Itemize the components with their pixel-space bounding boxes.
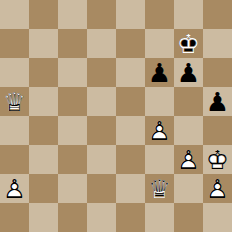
square-a1[interactable]	[0, 203, 29, 232]
piece-white-pawn-f4[interactable]: ♟♙	[145, 116, 174, 145]
black-pawn-glyph: ♟	[203, 87, 232, 116]
square-g1[interactable]	[174, 203, 203, 232]
square-a5[interactable]: ♛♕	[0, 87, 29, 116]
square-h2[interactable]: ♟♙	[203, 174, 232, 203]
square-g7[interactable]: ♚♔	[174, 29, 203, 58]
square-b2[interactable]	[29, 174, 58, 203]
piece-black-pawn-h5[interactable]: ♟♙	[203, 87, 232, 116]
square-b4[interactable]	[29, 116, 58, 145]
square-c2[interactable]	[58, 174, 87, 203]
square-e6[interactable]	[116, 58, 145, 87]
square-a7[interactable]	[0, 29, 29, 58]
white-king-outline: ♔	[203, 145, 232, 174]
piece-white-pawn-h2[interactable]: ♟♙	[203, 174, 232, 203]
white-pawn-outline: ♙	[174, 145, 203, 174]
square-c8[interactable]	[58, 0, 87, 29]
square-g8[interactable]	[174, 0, 203, 29]
square-e3[interactable]	[116, 145, 145, 174]
square-e1[interactable]	[116, 203, 145, 232]
square-e4[interactable]	[116, 116, 145, 145]
square-g2[interactable]	[174, 174, 203, 203]
square-f7[interactable]	[145, 29, 174, 58]
square-h5[interactable]: ♟♙	[203, 87, 232, 116]
white-pawn-outline: ♙	[203, 174, 232, 203]
square-h4[interactable]	[203, 116, 232, 145]
square-h6[interactable]	[203, 58, 232, 87]
white-pawn-outline: ♙	[0, 174, 29, 203]
square-h3[interactable]: ♚♔	[203, 145, 232, 174]
square-b7[interactable]	[29, 29, 58, 58]
white-queen-outline: ♕	[0, 87, 29, 116]
piece-black-queen-f2[interactable]: ♛♕	[145, 174, 174, 203]
square-c7[interactable]	[58, 29, 87, 58]
square-g4[interactable]	[174, 116, 203, 145]
square-e8[interactable]	[116, 0, 145, 29]
square-b3[interactable]	[29, 145, 58, 174]
square-g6[interactable]: ♟♙	[174, 58, 203, 87]
square-a3[interactable]	[0, 145, 29, 174]
square-d4[interactable]	[87, 116, 116, 145]
square-f2[interactable]: ♛♕	[145, 174, 174, 203]
square-f1[interactable]	[145, 203, 174, 232]
square-c4[interactable]	[58, 116, 87, 145]
square-b6[interactable]	[29, 58, 58, 87]
square-a8[interactable]	[0, 0, 29, 29]
square-h7[interactable]	[203, 29, 232, 58]
square-f6[interactable]: ♟♙	[145, 58, 174, 87]
square-b8[interactable]	[29, 0, 58, 29]
square-d3[interactable]	[87, 145, 116, 174]
square-a4[interactable]	[0, 116, 29, 145]
square-a6[interactable]	[0, 58, 29, 87]
square-e7[interactable]	[116, 29, 145, 58]
square-d1[interactable]	[87, 203, 116, 232]
white-pawn-outline: ♙	[145, 116, 174, 145]
piece-white-pawn-g3[interactable]: ♟♙	[174, 145, 203, 174]
piece-white-pawn-a2[interactable]: ♟♙	[0, 174, 29, 203]
square-f5[interactable]	[145, 87, 174, 116]
square-c1[interactable]	[58, 203, 87, 232]
square-c3[interactable]	[58, 145, 87, 174]
square-d2[interactable]	[87, 174, 116, 203]
square-e2[interactable]	[116, 174, 145, 203]
piece-black-pawn-f6[interactable]: ♟♙	[145, 58, 174, 87]
square-b1[interactable]	[29, 203, 58, 232]
square-d7[interactable]	[87, 29, 116, 58]
square-c6[interactable]	[58, 58, 87, 87]
square-g3[interactable]: ♟♙	[174, 145, 203, 174]
square-g5[interactable]	[174, 87, 203, 116]
black-king-outline: ♔	[174, 29, 203, 58]
square-e5[interactable]	[116, 87, 145, 116]
square-f3[interactable]	[145, 145, 174, 174]
piece-black-pawn-g6[interactable]: ♟♙	[174, 58, 203, 87]
black-pawn-glyph: ♟	[174, 58, 203, 87]
square-b5[interactable]	[29, 87, 58, 116]
black-queen-outline: ♕	[145, 174, 174, 203]
square-c5[interactable]	[58, 87, 87, 116]
black-pawn-glyph: ♟	[145, 58, 174, 87]
square-f4[interactable]: ♟♙	[145, 116, 174, 145]
square-a2[interactable]: ♟♙	[0, 174, 29, 203]
square-d8[interactable]	[87, 0, 116, 29]
piece-white-king-h3[interactable]: ♚♔	[203, 145, 232, 174]
square-h8[interactable]	[203, 0, 232, 29]
square-f8[interactable]	[145, 0, 174, 29]
square-d6[interactable]	[87, 58, 116, 87]
square-h1[interactable]	[203, 203, 232, 232]
piece-black-king-g7[interactable]: ♚♔	[174, 29, 203, 58]
piece-white-queen-a5[interactable]: ♛♕	[0, 87, 29, 116]
chess-board: ♚♔♟♙♟♙♛♕♟♙♟♙♟♙♚♔♟♙♛♕♟♙	[0, 0, 232, 232]
square-d5[interactable]	[87, 87, 116, 116]
